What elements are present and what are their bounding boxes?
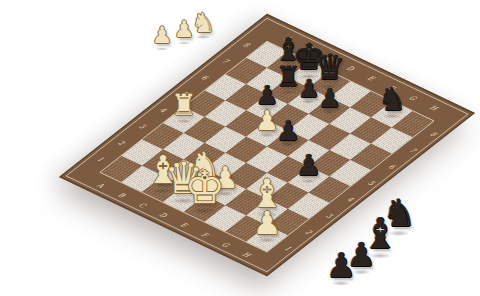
piece-black-pawn-e7[interactable]: ♟ <box>318 85 341 111</box>
captured-white-pawn-2[interactable]: ♟ <box>174 18 195 41</box>
piece-black-pawn-g4[interactable]: ♟ <box>296 151 322 180</box>
black-pawn-glyph: ♟ <box>276 116 300 143</box>
chess-product-photo: AA11BB22CC33DD44EE55FF66GG77HH88 ♝♚♛♞♜♟♟… <box>0 0 480 296</box>
white-rook-glyph: ♜ <box>171 91 197 120</box>
piece-black-pawn-e5[interactable]: ♟ <box>276 116 300 143</box>
white-pawn-glyph: ♟ <box>253 207 282 239</box>
piece-white-king-e1[interactable]: ♚ <box>184 165 224 210</box>
black-pawn-glyph: ♟ <box>296 151 322 180</box>
piece-black-pawn-c6[interactable]: ♟ <box>255 81 278 107</box>
black-pawn-glyph: ♟ <box>297 76 319 101</box>
white-pawn-glyph: ♟ <box>152 24 173 47</box>
captured-black-pawn-1[interactable]: ♟ <box>326 248 356 282</box>
captured-white-pawn-1[interactable]: ♟ <box>152 24 173 47</box>
black-pawn-glyph: ♟ <box>318 85 341 111</box>
piece-white-pawn-h1[interactable]: ♟ <box>253 207 282 239</box>
white-king-glyph: ♚ <box>184 165 224 210</box>
piece-white-rook-a4[interactable]: ♜ <box>171 91 197 120</box>
piece-black-pawn-d7[interactable]: ♟ <box>297 76 319 101</box>
black-knight-glyph: ♞ <box>377 83 406 115</box>
pieces-layer: ♝♚♛♞♜♟♟♟♟♟♜♟♞♟♝♝♛♚♟♟♟♞♟♟♝♞ <box>0 0 480 296</box>
black-pawn-glyph: ♟ <box>255 81 278 107</box>
piece-black-knight-g8[interactable]: ♞ <box>377 83 406 115</box>
black-pawn-glyph: ♟ <box>326 248 356 282</box>
white-pawn-glyph: ♟ <box>174 18 195 41</box>
